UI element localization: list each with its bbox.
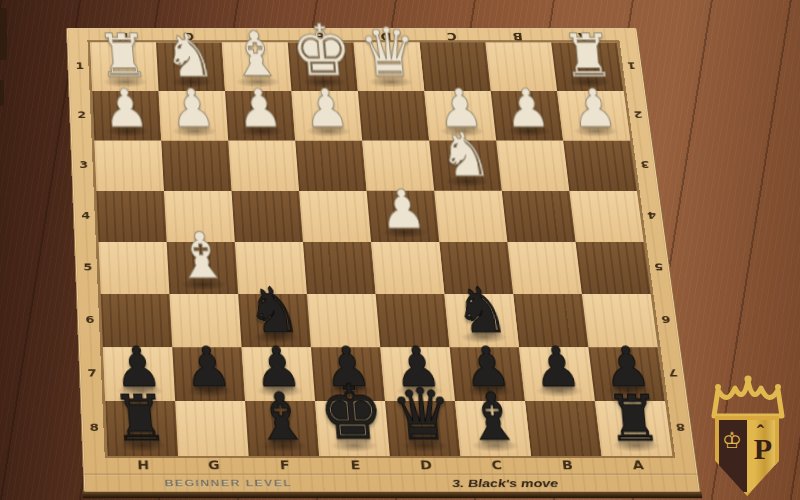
- square-a3[interactable]: [563, 141, 637, 191]
- square-b2[interactable]: ♟: [491, 91, 563, 140]
- rank-label-left-6: 6: [81, 314, 98, 325]
- file-label-bottom-b: B: [531, 459, 603, 472]
- square-a2[interactable]: ♟: [557, 91, 630, 140]
- square-c3[interactable]: ♞: [429, 141, 502, 191]
- file-label-bottom-h: H: [108, 459, 179, 472]
- square-h3[interactable]: [94, 141, 164, 191]
- app-background: { "game": "chess", "hud": { "level_label…: [0, 0, 800, 500]
- file-label-bottom-f: F: [249, 459, 321, 472]
- white-bishop-f1[interactable]: ♝: [226, 24, 284, 86]
- file-label-bottom-d: D: [390, 459, 462, 472]
- square-h4[interactable]: [96, 191, 166, 242]
- white-bishop-g5[interactable]: ♝: [171, 225, 231, 289]
- square-d8[interactable]: ♛: [385, 401, 460, 456]
- black-bishop-f8[interactable]: ♝: [250, 385, 311, 450]
- file-label-bottom-g: G: [178, 459, 249, 472]
- white-pawn-d4[interactable]: ♟: [377, 183, 427, 237]
- rank-label-left-2: 2: [73, 109, 89, 120]
- rank-label-right-7: 7: [664, 367, 682, 379]
- square-b8[interactable]: [525, 401, 602, 456]
- square-f4[interactable]: [232, 191, 303, 242]
- rank-label-right-6: 6: [657, 314, 675, 325]
- rank-label-right-1: 1: [623, 60, 640, 70]
- white-pawn-f2[interactable]: ♟: [234, 82, 283, 135]
- file-label-bottom-a: A: [602, 459, 674, 472]
- move-status: 3. Black's move: [391, 477, 620, 490]
- white-queen-d1[interactable]: ♛: [356, 19, 419, 86]
- rank-label-left-7: 7: [83, 367, 100, 379]
- rank-label-left-5: 5: [79, 261, 96, 272]
- rank-label-right-3: 3: [636, 159, 654, 170]
- square-d5[interactable]: [371, 242, 444, 294]
- cropped-edge-artifact: [0, 80, 4, 106]
- square-f8[interactable]: ♝: [245, 401, 319, 456]
- white-pawn-g2[interactable]: ♟: [167, 82, 216, 135]
- file-label-bottom-e: E: [320, 459, 392, 472]
- square-b4[interactable]: [502, 191, 576, 242]
- square-a4[interactable]: [569, 191, 643, 242]
- shield-icon: ♔ P: [715, 416, 779, 496]
- chessboard-scene: ♜♞♝♚♛♜♟♟♟♟♟♟♟♞♟♝♞♞♟♟♟♟♟♟♟♟♜♝♚♛♝♜ BEGINNE…: [46, 0, 696, 500]
- rank-label-right-5: 5: [650, 261, 668, 272]
- board-grid: ♜♞♝♚♛♜♟♟♟♟♟♟♟♞♟♝♞♞♟♟♟♟♟♟♟♟♜♝♚♛♝♜: [90, 42, 672, 456]
- square-c4[interactable]: [434, 191, 507, 242]
- square-d4[interactable]: ♟: [367, 191, 440, 242]
- rank-label-left-3: 3: [75, 159, 92, 170]
- square-e3[interactable]: [295, 141, 366, 191]
- square-e5[interactable]: [303, 242, 376, 294]
- black-queen-d8[interactable]: ♛: [388, 379, 455, 450]
- square-g8[interactable]: [175, 401, 249, 456]
- black-pawn-b7[interactable]: ♟: [531, 340, 583, 395]
- square-g7[interactable]: ♟: [172, 347, 245, 401]
- square-c8[interactable]: ♝: [455, 401, 531, 456]
- white-king-e1[interactable]: ♚: [288, 15, 354, 86]
- square-g2[interactable]: ♟: [159, 91, 229, 140]
- square-h8[interactable]: ♜: [105, 401, 178, 456]
- cropped-edge-artifact: [0, 8, 7, 60]
- file-label-top-b: B: [484, 30, 551, 42]
- white-knight-c3[interactable]: ♞: [436, 125, 493, 186]
- square-e4[interactable]: [299, 191, 371, 242]
- crown-icon: [706, 374, 790, 420]
- rank-label-left-1: 1: [72, 60, 88, 70]
- rank-label-right-4: 4: [643, 210, 661, 221]
- square-b5[interactable]: [507, 242, 582, 294]
- brand-logo: ♔ P: [702, 374, 794, 498]
- square-e8[interactable]: ♚: [315, 401, 390, 456]
- square-f2[interactable]: ♟: [225, 91, 295, 140]
- square-d2[interactable]: [358, 91, 429, 140]
- square-b3[interactable]: [496, 141, 569, 191]
- square-g3[interactable]: [161, 141, 231, 191]
- black-bishop-c8[interactable]: ♝: [462, 385, 523, 450]
- logo-letter: P: [754, 432, 772, 466]
- chessboard-3d: ♜♞♝♚♛♜♟♟♟♟♟♟♟♞♟♝♞♞♟♟♟♟♟♟♟♟♜♝♚♛♝♜ BEGINNE…: [66, 28, 701, 493]
- square-b7[interactable]: ♟: [519, 347, 595, 401]
- rank-label-left-4: 4: [77, 210, 94, 221]
- king-emblem-icon: ♔: [722, 428, 742, 453]
- rank-label-right-2: 2: [630, 109, 647, 120]
- square-d1[interactable]: ♛: [354, 42, 425, 91]
- black-knight-f6[interactable]: ♞: [244, 279, 302, 341]
- status-bar: BEGINNER LEVEL 3. Black's move: [84, 474, 700, 494]
- square-a8[interactable]: ♜: [595, 401, 672, 456]
- white-pawn-e2[interactable]: ♟: [301, 82, 350, 135]
- rank-label-left-8: 8: [85, 421, 102, 433]
- file-label-bottom-c: C: [461, 459, 533, 472]
- square-h2[interactable]: ♟: [92, 91, 161, 140]
- black-knight-c6[interactable]: ♞: [452, 279, 510, 341]
- square-g5[interactable]: ♝: [167, 242, 239, 294]
- file-label-top-c: C: [418, 30, 485, 42]
- square-a5[interactable]: [576, 242, 651, 294]
- white-pawn-h2[interactable]: ♟: [101, 82, 150, 135]
- rank-label-right-8: 8: [671, 421, 689, 433]
- white-pawn-a2[interactable]: ♟: [569, 82, 618, 135]
- black-rook-h8[interactable]: ♜: [110, 387, 170, 450]
- black-rook-a8[interactable]: ♜: [604, 387, 664, 450]
- square-f3[interactable]: [228, 141, 299, 191]
- white-pawn-b2[interactable]: ♟: [502, 82, 551, 135]
- square-e2[interactable]: ♟: [291, 91, 362, 140]
- level-label: BEGINNER LEVEL: [84, 478, 374, 489]
- black-pawn-g7[interactable]: ♟: [182, 340, 234, 395]
- black-king-e8[interactable]: ♚: [315, 375, 386, 450]
- square-h5[interactable]: [99, 242, 170, 294]
- board-frame: ♜♞♝♚♛♜♟♟♟♟♟♟♟♞♟♝♞♞♟♟♟♟♟♟♟♟♜♝♚♛♝♜ BEGINNE…: [66, 28, 701, 493]
